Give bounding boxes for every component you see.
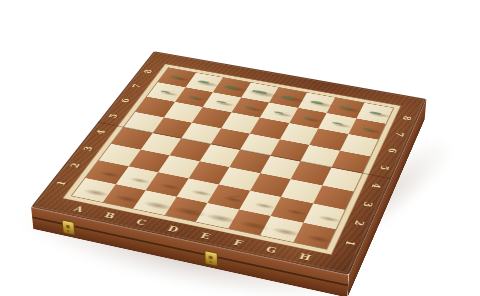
rank-label-right-4: 4 <box>368 182 383 189</box>
file-label-a: A <box>71 204 85 214</box>
file-label-h: H <box>297 252 312 263</box>
rank-label-left-1: 1 <box>54 180 70 187</box>
pawn-glyph: ♟ <box>151 63 180 93</box>
rank-label-right-3: 3 <box>360 200 375 207</box>
file-label-b: B <box>102 211 117 221</box>
rank-label-right-8: 8 <box>400 115 414 121</box>
rank-label-right-7: 7 <box>392 131 406 137</box>
file-label-f: F <box>232 238 245 248</box>
pawn-glyph: ♟ <box>207 73 237 104</box>
pawn-glyph: ♟ <box>293 88 323 119</box>
chess-set-product-photo: ABCDEFGH1122334455667788♜♞♝♚♛♝♞♜♟♟♟♟♟♟♟♟… <box>0 0 480 296</box>
brass-clasp-icon <box>62 220 76 236</box>
perspective-space: ABCDEFGH1122334455667788♜♞♝♚♛♝♞♜♟♟♟♟♟♟♟♟… <box>0 0 480 296</box>
chess-board: ABCDEFGH1122334455667788♜♞♝♚♛♝♞♜♟♟♟♟♟♟♟♟… <box>31 51 426 275</box>
rank-label-right-6: 6 <box>385 147 400 153</box>
rank-label-left-6: 6 <box>118 98 132 104</box>
pawn-glyph: ♟ <box>353 99 384 130</box>
pawn-glyph: ♟ <box>235 78 265 109</box>
brass-clasp-icon <box>204 250 218 267</box>
rank-label-left-7: 7 <box>130 83 144 89</box>
pawn-glyph: ♟ <box>323 93 354 124</box>
rook-glyph: ♜ <box>295 196 336 238</box>
file-label-d: D <box>165 224 180 234</box>
pawn-glyph: ♟ <box>264 83 294 114</box>
file-label-e: E <box>198 231 211 241</box>
file-label-c: C <box>134 217 148 227</box>
rank-label-left-5: 5 <box>106 113 120 119</box>
rank-label-right-2: 2 <box>351 219 367 226</box>
rank-label-left-4: 4 <box>94 129 109 135</box>
rank-label-right-1: 1 <box>342 239 358 247</box>
file-label-g: G <box>264 245 278 256</box>
pawn-glyph: ♟ <box>179 68 209 98</box>
rank-label-right-5: 5 <box>377 164 392 171</box>
